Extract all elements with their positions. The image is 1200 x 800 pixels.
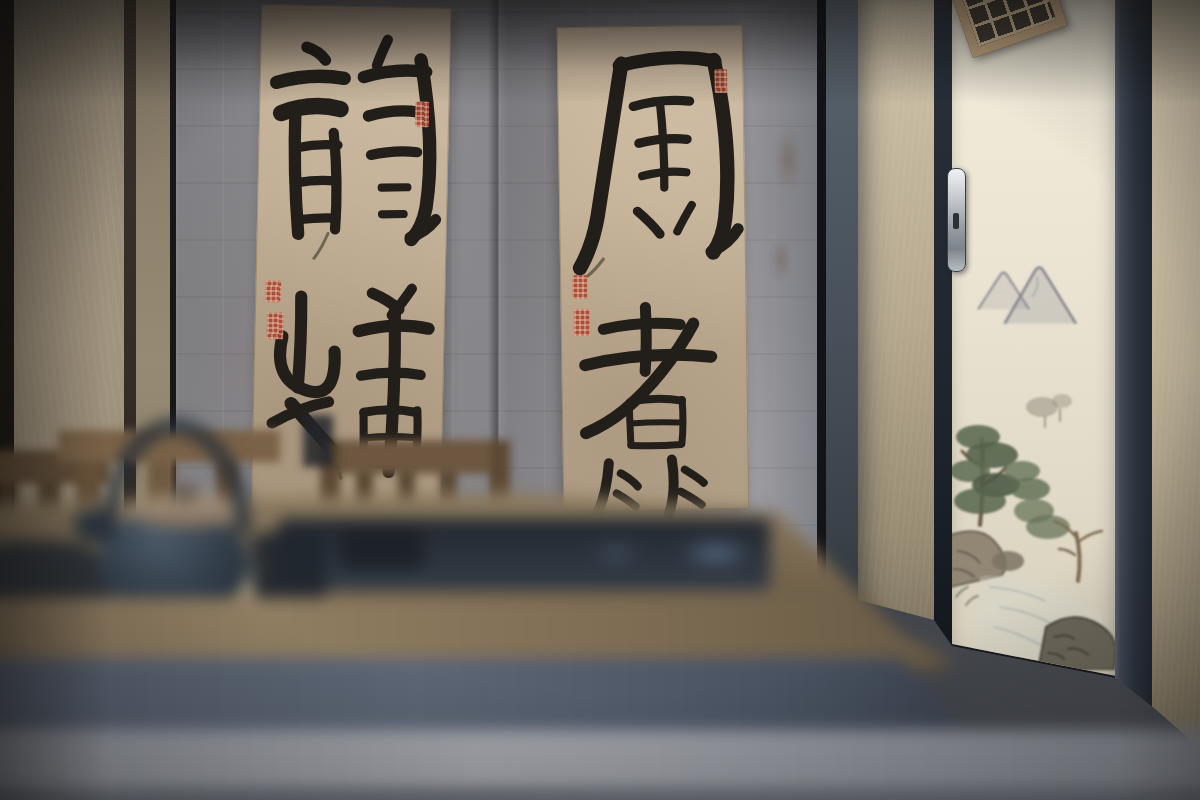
- tea-room-photo: [0, 0, 1200, 800]
- hearth-glint: [590, 542, 642, 564]
- table-front-wood-band: [0, 598, 960, 664]
- dark-vessel: [252, 532, 326, 604]
- tea-kettle-handle: [90, 412, 260, 547]
- table-front-edge-band: [0, 658, 970, 738]
- table-bottom-edge-blur: [0, 788, 1200, 800]
- hearth-trivet: [340, 528, 424, 570]
- foreground-table-group: [0, 0, 1200, 800]
- hearth-glint: [680, 538, 752, 568]
